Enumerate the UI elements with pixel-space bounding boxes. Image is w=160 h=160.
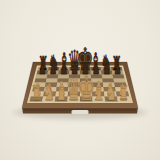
piece-white-rook-h1[interactable]: ♜ bbox=[118, 81, 129, 105]
chess-set-photo: ♜♞♝♛♚♝♞♜♟♟♟♟♟♟♟♟♟♟♟♟♟♟♟♟♜♞♝♛♚♝♞♜ bbox=[0, 0, 160, 160]
piece-black-pawn-g7[interactable]: ♟ bbox=[103, 59, 111, 77]
piece-black-pawn-a7[interactable]: ♟ bbox=[38, 59, 46, 77]
piece-black-pawn-h7[interactable]: ♟ bbox=[113, 59, 121, 77]
thumb-notch bbox=[72, 110, 89, 114]
piece-white-bishop-f1[interactable]: ♝ bbox=[92, 76, 106, 106]
piece-black-pawn-b7[interactable]: ♟ bbox=[49, 59, 57, 77]
piece-white-knight-g1[interactable]: ♞ bbox=[105, 80, 117, 105]
piece-white-knight-b1[interactable]: ♞ bbox=[43, 80, 55, 105]
piece-white-rook-a1[interactable]: ♜ bbox=[31, 81, 42, 105]
chess-board: ♜♞♝♛♚♝♞♜♟♟♟♟♟♟♟♟♟♟♟♟♟♟♟♟♜♞♝♛♚♝♞♜ bbox=[0, 0, 160, 160]
